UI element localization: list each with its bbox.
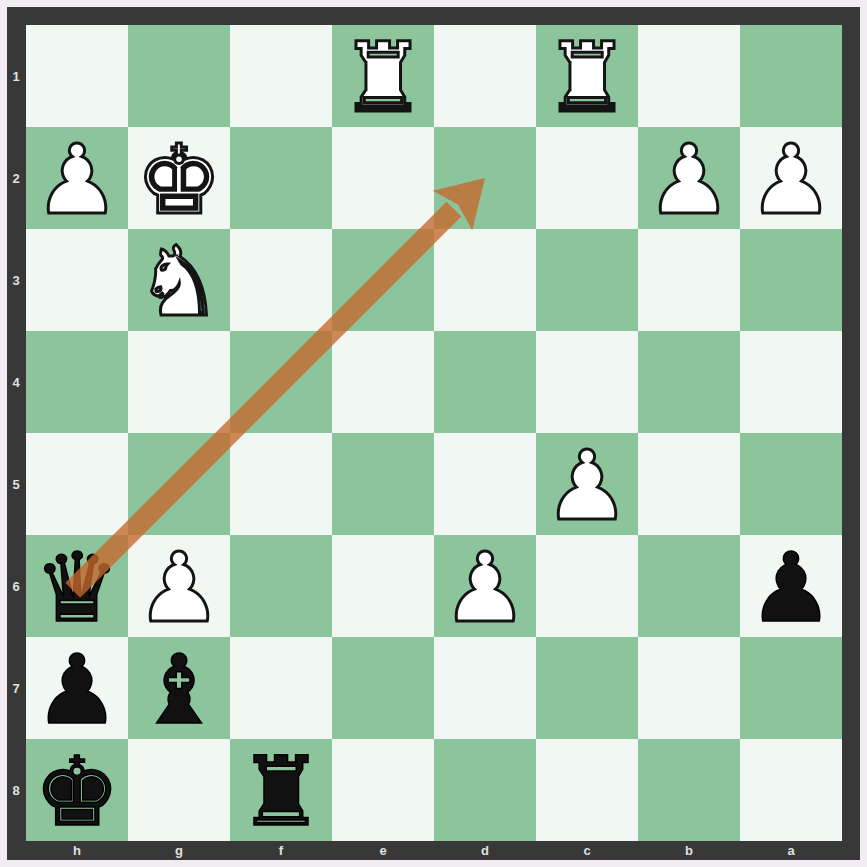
square-a2[interactable]: ♟ [740, 127, 842, 229]
rank-label-2: 2 [12, 171, 19, 186]
square-h4[interactable] [26, 331, 128, 433]
square-f2[interactable] [230, 127, 332, 229]
square-f5[interactable] [230, 433, 332, 535]
rank-label-6: 6 [12, 579, 19, 594]
square-d3[interactable] [434, 229, 536, 331]
square-h3[interactable] [26, 229, 128, 331]
square-g1[interactable] [128, 25, 230, 127]
rank-label-1: 1 [12, 69, 19, 84]
square-c2[interactable] [536, 127, 638, 229]
piece-white-knight-g3[interactable]: ♞ [128, 229, 230, 331]
file-label-d: d [481, 843, 489, 858]
rank-label-5: 5 [12, 477, 19, 492]
square-h2[interactable]: ♟ [26, 127, 128, 229]
piece-white-rook-e1[interactable]: ♜ [332, 25, 434, 127]
square-b5[interactable] [638, 433, 740, 535]
board: ♜♜♟♚♟♟♞♟♛♟♟♟♟♝♚♜ [26, 25, 842, 841]
piece-white-pawn-b2[interactable]: ♟ [638, 127, 740, 229]
square-e1[interactable]: ♜ [332, 25, 434, 127]
rank-label-4: 4 [12, 375, 19, 390]
square-f3[interactable] [230, 229, 332, 331]
piece-white-pawn-d6[interactable]: ♟ [434, 535, 536, 637]
square-d8[interactable] [434, 739, 536, 841]
square-h5[interactable] [26, 433, 128, 535]
square-h1[interactable] [26, 25, 128, 127]
square-h8[interactable]: ♚ [26, 739, 128, 841]
piece-white-pawn-g6[interactable]: ♟ [128, 535, 230, 637]
square-a7[interactable] [740, 637, 842, 739]
piece-black-bishop-g7[interactable]: ♝ [128, 637, 230, 739]
square-e4[interactable] [332, 331, 434, 433]
square-g2[interactable]: ♚ [128, 127, 230, 229]
square-h6[interactable]: ♛ [26, 535, 128, 637]
square-e5[interactable] [332, 433, 434, 535]
file-label-a: a [787, 843, 794, 858]
file-label-c: c [583, 843, 590, 858]
square-d5[interactable] [434, 433, 536, 535]
square-b3[interactable] [638, 229, 740, 331]
piece-black-king-h8[interactable]: ♚ [26, 739, 128, 841]
chess-app: ♜♜♟♚♟♟♞♟♛♟♟♟♟♝♚♜ 12345678 hgfedcba [0, 0, 867, 867]
piece-black-rook-f8[interactable]: ♜ [230, 739, 332, 841]
square-f7[interactable] [230, 637, 332, 739]
file-label-g: g [175, 843, 183, 858]
square-g4[interactable] [128, 331, 230, 433]
square-g7[interactable]: ♝ [128, 637, 230, 739]
square-e2[interactable] [332, 127, 434, 229]
square-c6[interactable] [536, 535, 638, 637]
rank-label-3: 3 [12, 273, 19, 288]
square-e7[interactable] [332, 637, 434, 739]
square-h7[interactable]: ♟ [26, 637, 128, 739]
square-g5[interactable] [128, 433, 230, 535]
piece-white-pawn-a2[interactable]: ♟ [740, 127, 842, 229]
square-g8[interactable] [128, 739, 230, 841]
square-f6[interactable] [230, 535, 332, 637]
square-e6[interactable] [332, 535, 434, 637]
rank-label-7: 7 [12, 681, 19, 696]
square-c1[interactable]: ♜ [536, 25, 638, 127]
file-label-f: f [279, 843, 283, 858]
square-d7[interactable] [434, 637, 536, 739]
square-d1[interactable] [434, 25, 536, 127]
square-a1[interactable] [740, 25, 842, 127]
square-b4[interactable] [638, 331, 740, 433]
piece-white-pawn-h2[interactable]: ♟ [26, 127, 128, 229]
square-b2[interactable]: ♟ [638, 127, 740, 229]
square-b7[interactable] [638, 637, 740, 739]
square-e3[interactable] [332, 229, 434, 331]
piece-white-pawn-c5[interactable]: ♟ [536, 433, 638, 535]
square-a3[interactable] [740, 229, 842, 331]
square-a5[interactable] [740, 433, 842, 535]
square-a8[interactable] [740, 739, 842, 841]
piece-black-pawn-h7[interactable]: ♟ [26, 637, 128, 739]
rank-label-8: 8 [12, 783, 19, 798]
file-label-h: h [73, 843, 81, 858]
square-d2[interactable] [434, 127, 536, 229]
square-e8[interactable] [332, 739, 434, 841]
square-g3[interactable]: ♞ [128, 229, 230, 331]
square-c4[interactable] [536, 331, 638, 433]
piece-black-queen-h6[interactable]: ♛ [26, 535, 128, 637]
square-d6[interactable]: ♟ [434, 535, 536, 637]
square-f8[interactable]: ♜ [230, 739, 332, 841]
square-c3[interactable] [536, 229, 638, 331]
piece-white-rook-c1[interactable]: ♜ [536, 25, 638, 127]
square-g6[interactable]: ♟ [128, 535, 230, 637]
file-label-b: b [685, 843, 693, 858]
square-c8[interactable] [536, 739, 638, 841]
square-c7[interactable] [536, 637, 638, 739]
square-a4[interactable] [740, 331, 842, 433]
square-b1[interactable] [638, 25, 740, 127]
square-f1[interactable] [230, 25, 332, 127]
square-c5[interactable]: ♟ [536, 433, 638, 535]
square-a6[interactable]: ♟ [740, 535, 842, 637]
file-label-e: e [379, 843, 386, 858]
piece-white-king-g2[interactable]: ♚ [128, 127, 230, 229]
square-d4[interactable] [434, 331, 536, 433]
square-f4[interactable] [230, 331, 332, 433]
square-b8[interactable] [638, 739, 740, 841]
square-b6[interactable] [638, 535, 740, 637]
piece-black-pawn-a6[interactable]: ♟ [740, 535, 842, 637]
